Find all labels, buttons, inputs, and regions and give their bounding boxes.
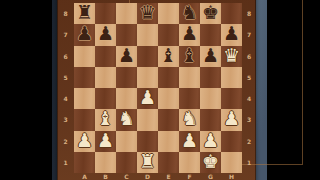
square-c2[interactable] [116,131,137,152]
square-g8[interactable]: ♚ [200,3,221,24]
square-f7[interactable]: ♟ [179,24,200,45]
piece-black-king[interactable]: ♚ [200,2,221,23]
piece-black-queen[interactable]: ♛ [137,2,158,23]
square-h5[interactable] [221,67,242,88]
square-b2[interactable]: ♟ [95,131,116,152]
square-d6[interactable] [137,46,158,67]
square-h8[interactable] [221,3,242,24]
piece-white-knight[interactable]: ♞ [179,108,200,129]
square-a5[interactable] [74,67,95,88]
square-c3[interactable]: ♞ [116,109,137,130]
square-g4[interactable] [200,88,221,109]
piece-black-pawn[interactable]: ♟ [179,23,200,44]
square-f4[interactable] [179,88,200,109]
square-e4[interactable] [158,88,179,109]
rank-label-1: 1 [57,152,74,173]
square-b8[interactable] [95,3,116,24]
square-h3[interactable]: ♟ [221,109,242,130]
rank-label-4: 4 [57,88,74,109]
square-c6[interactable]: ♟ [116,46,137,67]
square-g5[interactable] [200,67,221,88]
square-c4[interactable] [116,88,137,109]
square-b1[interactable] [95,152,116,173]
rank-labels-left: 87654321 [57,3,74,173]
square-e7[interactable] [158,24,179,45]
square-e3[interactable] [158,109,179,130]
square-d1[interactable]: ♜ [137,152,158,173]
rank-label-8: 8 [57,3,74,24]
square-d5[interactable] [137,67,158,88]
file-label-h: H [221,173,242,180]
file-label-d: D [137,173,158,180]
square-c8[interactable] [116,3,137,24]
piece-white-pawn[interactable]: ♟ [200,130,221,151]
square-h1[interactable] [221,152,242,173]
square-a4[interactable] [74,88,95,109]
square-g7[interactable] [200,24,221,45]
file-labels-bottom: ABCDEFGH [74,173,242,180]
square-h6[interactable]: ♛ [221,46,242,67]
square-c5[interactable] [116,67,137,88]
piece-black-pawn[interactable]: ♟ [116,45,137,66]
piece-white-bishop[interactable]: ♝ [95,108,116,129]
file-label-f: F [179,173,200,180]
piece-black-pawn[interactable]: ♟ [221,23,242,44]
rank-label-4: 4 [242,88,256,109]
square-f5[interactable] [179,67,200,88]
file-label-c: C [116,173,137,180]
square-e2[interactable] [158,131,179,152]
rank-label-2: 2 [57,131,74,152]
piece-white-pawn[interactable]: ♟ [137,87,158,108]
piece-black-pawn[interactable]: ♟ [74,23,95,44]
square-d7[interactable] [137,24,158,45]
rank-label-5: 5 [242,67,256,88]
square-f3[interactable]: ♞ [179,109,200,130]
screenshot-root: 87654321 87654321 ABCDEFGH ♜♛♞♚♟♟♟♟♟♝♝♟♛… [0,0,320,180]
square-a1[interactable] [74,152,95,173]
file-label-a: A [74,173,95,180]
piece-white-king[interactable]: ♚ [200,151,221,172]
piece-black-pawn[interactable]: ♟ [95,23,116,44]
square-c1[interactable] [116,152,137,173]
rank-label-3: 3 [242,109,256,130]
piece-black-bishop[interactable]: ♝ [179,45,200,66]
piece-white-pawn[interactable]: ♟ [74,130,95,151]
square-h4[interactable] [221,88,242,109]
rank-label-6: 6 [57,46,74,67]
square-f6[interactable]: ♝ [179,46,200,67]
square-a2[interactable]: ♟ [74,131,95,152]
square-e1[interactable] [158,152,179,173]
chess-board[interactable]: ♜♛♞♚♟♟♟♟♟♝♝♟♛♟♝♞♞♟♟♟♟♟♜♚ [74,3,242,173]
square-h2[interactable] [221,131,242,152]
square-g6[interactable]: ♟ [200,46,221,67]
square-d4[interactable]: ♟ [137,88,158,109]
square-e6[interactable]: ♝ [158,46,179,67]
square-f2[interactable]: ♟ [179,131,200,152]
square-f8[interactable]: ♞ [179,3,200,24]
square-b5[interactable] [95,67,116,88]
square-b4[interactable] [95,88,116,109]
square-a6[interactable] [74,46,95,67]
piece-black-bishop[interactable]: ♝ [158,45,179,66]
rank-label-3: 3 [57,109,74,130]
square-f1[interactable] [179,152,200,173]
square-b7[interactable]: ♟ [95,24,116,45]
square-b3[interactable]: ♝ [95,109,116,130]
rank-label-2: 2 [242,131,256,152]
square-g1[interactable]: ♚ [200,152,221,173]
piece-white-queen[interactable]: ♛ [221,45,242,66]
file-label-g: G [200,173,221,180]
file-label-e: E [158,173,179,180]
square-g2[interactable]: ♟ [200,131,221,152]
piece-white-pawn[interactable]: ♟ [221,108,242,129]
square-d2[interactable] [137,131,158,152]
rank-label-7: 7 [242,24,256,45]
piece-black-rook[interactable]: ♜ [74,2,95,23]
rank-label-8: 8 [242,3,256,24]
piece-white-pawn[interactable]: ♟ [179,130,200,151]
piece-black-pawn[interactable]: ♟ [200,45,221,66]
square-h7[interactable]: ♟ [221,24,242,45]
square-d8[interactable]: ♛ [137,3,158,24]
file-label-b: B [95,173,116,180]
square-e5[interactable] [158,67,179,88]
square-d3[interactable] [137,109,158,130]
piece-white-knight[interactable]: ♞ [116,108,137,129]
square-a8[interactable]: ♜ [74,3,95,24]
square-a3[interactable] [74,109,95,130]
piece-black-knight[interactable]: ♞ [179,2,200,23]
piece-white-rook[interactable]: ♜ [137,151,158,172]
rank-labels-right: 87654321 [242,3,256,173]
rank-label-1: 1 [242,152,256,173]
rank-label-7: 7 [57,24,74,45]
square-b6[interactable] [95,46,116,67]
piece-white-pawn[interactable]: ♟ [95,130,116,151]
square-c7[interactable] [116,24,137,45]
square-e8[interactable] [158,3,179,24]
square-g3[interactable] [200,109,221,130]
square-a7[interactable]: ♟ [74,24,95,45]
rank-label-5: 5 [57,67,74,88]
rank-label-6: 6 [242,46,256,67]
